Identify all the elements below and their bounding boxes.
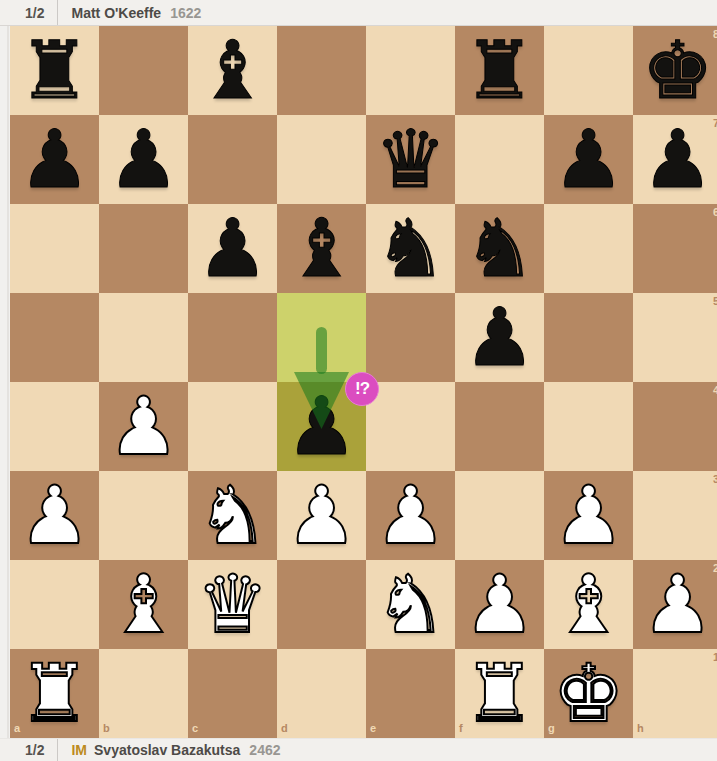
square-c3[interactable]: ♞ (188, 471, 277, 560)
square-e4[interactable] (366, 382, 455, 471)
square-e3[interactable]: ♟ (366, 471, 455, 560)
black-bishop[interactable]: ♝ (188, 26, 277, 115)
square-f6[interactable]: ♞ (455, 204, 544, 293)
square-h8[interactable]: ♚ (633, 26, 717, 115)
square-h6[interactable] (633, 204, 717, 293)
square-f2[interactable]: ♟ (455, 560, 544, 649)
bar-separator (57, 0, 58, 25)
square-d5[interactable] (277, 293, 366, 382)
square-c6[interactable]: ♟ (188, 204, 277, 293)
white-pawn[interactable]: ♟ (544, 471, 633, 560)
top-player-score: 1/2 (25, 5, 44, 21)
square-g6[interactable] (544, 204, 633, 293)
square-f5[interactable]: ♟ (455, 293, 544, 382)
white-bishop[interactable]: ♝ (544, 560, 633, 649)
square-c1[interactable] (188, 649, 277, 738)
black-pawn[interactable]: ♟ (455, 293, 544, 382)
square-h3[interactable] (633, 471, 717, 560)
square-a2[interactable] (10, 560, 99, 649)
player-bar-bottom: 1/2 IM Svyatoslav Bazakutsa 2462 (0, 738, 717, 761)
square-d3[interactable]: ♟ (277, 471, 366, 560)
white-rook[interactable]: ♜ (455, 649, 544, 738)
square-b5[interactable] (99, 293, 188, 382)
white-pawn[interactable]: ♟ (455, 560, 544, 649)
bar-separator (57, 739, 58, 761)
square-b4[interactable]: ♟ (99, 382, 188, 471)
square-a6[interactable] (10, 204, 99, 293)
square-e6[interactable]: ♞ (366, 204, 455, 293)
square-c7[interactable] (188, 115, 277, 204)
square-h5[interactable] (633, 293, 717, 382)
bottom-player-title: IM (71, 742, 87, 758)
square-d2[interactable] (277, 560, 366, 649)
black-queen[interactable]: ♛ (366, 115, 455, 204)
white-bishop[interactable]: ♝ (99, 560, 188, 649)
square-f4[interactable] (455, 382, 544, 471)
black-pawn[interactable]: ♟ (544, 115, 633, 204)
square-g4[interactable] (544, 382, 633, 471)
black-rook[interactable]: ♜ (455, 26, 544, 115)
square-f7[interactable] (455, 115, 544, 204)
square-f3[interactable] (455, 471, 544, 560)
chess-board: ♜♝♜♚♟♟♛♟♟♟♝♞♞♟♟♟♟♞♟♟♟♝♛♞♟♝♟♜♜♚ !? abcdef… (10, 26, 717, 738)
square-d1[interactable] (277, 649, 366, 738)
square-b8[interactable] (99, 26, 188, 115)
white-pawn[interactable]: ♟ (366, 471, 455, 560)
square-c4[interactable] (188, 382, 277, 471)
black-rook[interactable]: ♜ (10, 26, 99, 115)
black-pawn[interactable]: ♟ (10, 115, 99, 204)
square-h4[interactable] (633, 382, 717, 471)
square-e2[interactable]: ♞ (366, 560, 455, 649)
square-g7[interactable]: ♟ (544, 115, 633, 204)
square-b3[interactable] (99, 471, 188, 560)
square-g1[interactable]: ♚ (544, 649, 633, 738)
black-bishop[interactable]: ♝ (277, 204, 366, 293)
square-a7[interactable]: ♟ (10, 115, 99, 204)
black-pawn[interactable]: ♟ (188, 204, 277, 293)
player-bar-top: 1/2 Matt O'Keeffe 1622 (0, 0, 717, 26)
square-b2[interactable]: ♝ (99, 560, 188, 649)
square-a5[interactable] (10, 293, 99, 382)
square-h7[interactable]: ♟ (633, 115, 717, 204)
square-b6[interactable] (99, 204, 188, 293)
black-pawn[interactable]: ♟ (99, 115, 188, 204)
black-knight[interactable]: ♞ (455, 204, 544, 293)
annotation-badge-interesting: !? (345, 372, 379, 406)
white-rook[interactable]: ♜ (10, 649, 99, 738)
square-g3[interactable]: ♟ (544, 471, 633, 560)
white-queen[interactable]: ♛ (188, 560, 277, 649)
black-king[interactable]: ♚ (633, 26, 717, 115)
square-h2[interactable]: ♟ (633, 560, 717, 649)
square-e5[interactable] (366, 293, 455, 382)
square-b7[interactable]: ♟ (99, 115, 188, 204)
square-d8[interactable] (277, 26, 366, 115)
top-player-name: Matt O'Keeffe (71, 5, 161, 21)
annotation-glyph: !? (355, 379, 369, 399)
white-knight[interactable]: ♞ (366, 560, 455, 649)
square-f1[interactable]: ♜ (455, 649, 544, 738)
square-g5[interactable] (544, 293, 633, 382)
bottom-player-rating: 2462 (249, 742, 280, 758)
white-pawn[interactable]: ♟ (99, 382, 188, 471)
square-a8[interactable]: ♜ (10, 26, 99, 115)
square-f8[interactable]: ♜ (455, 26, 544, 115)
square-g2[interactable]: ♝ (544, 560, 633, 649)
bottom-player-score: 1/2 (25, 742, 44, 758)
black-pawn[interactable]: ♟ (633, 115, 717, 204)
square-a4[interactable] (10, 382, 99, 471)
white-pawn[interactable]: ♟ (633, 560, 717, 649)
square-c8[interactable]: ♝ (188, 26, 277, 115)
square-d7[interactable] (277, 115, 366, 204)
square-a1[interactable]: ♜ (10, 649, 99, 738)
page-edge-line (7, 26, 9, 738)
square-d6[interactable]: ♝ (277, 204, 366, 293)
square-b1[interactable] (99, 649, 188, 738)
white-pawn[interactable]: ♟ (277, 471, 366, 560)
black-knight[interactable]: ♞ (366, 204, 455, 293)
square-a3[interactable]: ♟ (10, 471, 99, 560)
square-h1[interactable] (633, 649, 717, 738)
square-e8[interactable] (366, 26, 455, 115)
top-player-rating: 1622 (170, 5, 201, 21)
white-king[interactable]: ♚ (544, 649, 633, 738)
white-knight[interactable]: ♞ (188, 471, 277, 560)
square-c2[interactable]: ♛ (188, 560, 277, 649)
white-pawn[interactable]: ♟ (10, 471, 99, 560)
square-c5[interactable] (188, 293, 277, 382)
square-g8[interactable] (544, 26, 633, 115)
square-e7[interactable]: ♛ (366, 115, 455, 204)
square-e1[interactable] (366, 649, 455, 738)
bottom-player-name: Svyatoslav Bazakutsa (94, 742, 240, 758)
